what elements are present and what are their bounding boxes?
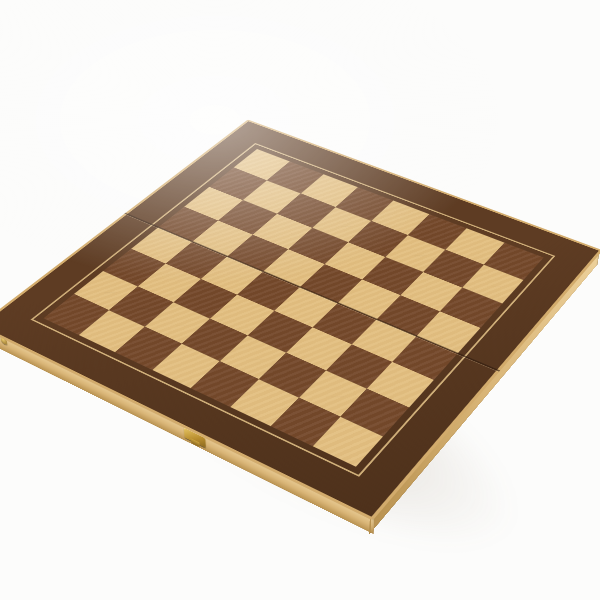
product-photo: ♜♞♝♛♚♝♞♜♟♟♟♟♟♟♟♟♟♟♟♟♟♟♟♟♜♞♝♛♚♝♞♜ xyxy=(0,0,600,600)
brass-hinge-pin-icon xyxy=(0,336,7,345)
piece-black-pawn: ♟ xyxy=(396,216,431,255)
brass-clasp-icon xyxy=(184,427,206,448)
piece-white-rook: ♜ xyxy=(322,392,369,444)
piece-black-pawn: ♟ xyxy=(220,149,253,186)
piece-black-pawn: ♟ xyxy=(434,231,469,270)
piece-black-pawn: ♟ xyxy=(473,246,509,286)
piece-black-pawn: ♟ xyxy=(253,161,286,198)
piece-black-pawn: ♟ xyxy=(323,188,357,226)
piece-black-pawn: ♟ xyxy=(359,202,393,240)
piece-white-knight: ♞ xyxy=(278,366,330,424)
piece-black-pawn: ♟ xyxy=(288,175,322,212)
